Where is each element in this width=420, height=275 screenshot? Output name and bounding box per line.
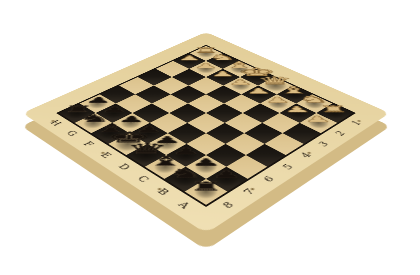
file-label-f: F [77, 138, 98, 150]
rank-label-3: 3 [313, 138, 334, 150]
file-label-e: E [95, 149, 116, 161]
chess-board: ABCDEFGH87654321 ♜♞♝♛♚♝♞♜♟♟♟♟♟♟♟♟♟♟♟♟♟♟♟… [22, 32, 390, 234]
rank-label-6: 6 [258, 173, 280, 186]
piece-black-pawn-h7: ♟ [84, 96, 112, 104]
file-label-h: H [45, 118, 65, 129]
piece-black-pawn-a7: ♟ [212, 169, 243, 180]
rank-label-2: 2 [330, 128, 351, 139]
file-label-a: A [172, 198, 195, 213]
board-scene: ABCDEFGH87654321 ♜♞♝♛♚♝♞♜♟♟♟♟♟♟♟♟♟♟♟♟♟♟♟… [0, 0, 420, 275]
rank-label-5: 5 [277, 161, 299, 174]
piece-black-pawn-d7: ♟ [153, 135, 182, 144]
piece-black-pawn-c7: ♟ [171, 146, 200, 156]
file-label-d: D [113, 161, 135, 174]
file-label-b: B [151, 185, 174, 199]
file-label-c: C [131, 173, 153, 186]
chess-set-photo: ABCDEFGH87654321 ♜♞♝♛♚♝♞♜♟♟♟♟♟♟♟♟♟♟♟♟♟♟♟… [0, 0, 420, 275]
piece-black-pawn-b7: ♟ [191, 157, 221, 167]
board-wooden-surface: ABCDEFGH87654321 ♜♞♝♛♚♝♞♜♟♟♟♟♟♟♟♟♟♟♟♟♟♟♟… [22, 32, 390, 234]
piece-white-rook-h1: ♜ [193, 47, 219, 54]
rank-label-4: 4 [296, 149, 317, 161]
rank-label-8: 8 [217, 198, 240, 213]
file-label-g: G [61, 128, 82, 139]
rank-label-7: 7 [238, 185, 261, 199]
